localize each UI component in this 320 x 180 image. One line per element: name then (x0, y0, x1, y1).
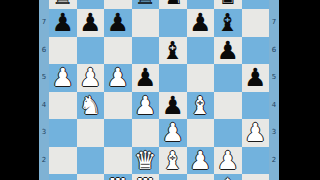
white-pawn: ♟ (107, 64, 129, 92)
square-h3: ♟ (242, 119, 270, 147)
square-f5 (187, 64, 215, 92)
square-c7: ♟ (104, 9, 132, 37)
rank-label-1: 1 (269, 174, 279, 180)
rank-label-3: 3 (39, 119, 49, 147)
square-e4: ♟ (159, 92, 187, 120)
rank-label-2: 2 (269, 147, 279, 175)
square-f1 (187, 174, 215, 180)
rank-label-4: 4 (39, 92, 49, 120)
square-a1 (49, 174, 77, 180)
square-g5 (214, 64, 242, 92)
square-g2: ♟ (214, 147, 242, 175)
square-e2: ♝ (159, 147, 187, 175)
letterbox-right (279, 0, 320, 180)
square-d2: ♛ (132, 147, 160, 175)
square-h5: ♟ (242, 64, 270, 92)
white-rook: ♜ (134, 174, 156, 180)
square-b5: ♟ (77, 64, 105, 92)
square-d6 (132, 37, 160, 65)
black-rook: ♜ (134, 0, 156, 9)
square-f4: ♝ (187, 92, 215, 120)
square-a3 (49, 119, 77, 147)
square-a4 (49, 92, 77, 120)
white-pawn: ♟ (52, 64, 74, 92)
square-b7: ♟ (77, 9, 105, 37)
square-b1 (77, 174, 105, 180)
square-h6 (242, 37, 270, 65)
square-d5: ♟ (132, 64, 160, 92)
white-pawn: ♟ (244, 119, 266, 147)
rank-label-7: 7 (39, 9, 49, 37)
white-pawn: ♟ (134, 92, 156, 120)
square-h4 (242, 92, 270, 120)
black-pawn: ♟ (134, 64, 156, 92)
white-knight: ♞ (79, 92, 101, 120)
square-e5 (159, 64, 187, 92)
black-pawn: ♟ (52, 9, 74, 37)
black-pawn: ♟ (244, 64, 266, 92)
chess-board: 87654321 ♜♜♞♚♟♟♟♟♝♝♟♟♟♟♟♟♞♟♟♝♟♟♛♝♟♟♜♜♚ 8… (39, 0, 279, 180)
square-d7 (132, 9, 160, 37)
white-pawn: ♟ (217, 147, 239, 175)
square-c2 (104, 147, 132, 175)
rank-labels-right: 87654321 (269, 0, 279, 180)
square-f3 (187, 119, 215, 147)
rank-label-6: 6 (39, 37, 49, 65)
square-g4 (214, 92, 242, 120)
black-pawn: ♟ (217, 37, 239, 65)
square-f7: ♟ (187, 9, 215, 37)
square-g3 (214, 119, 242, 147)
square-e6: ♝ (159, 37, 187, 65)
square-b4: ♞ (77, 92, 105, 120)
square-c1: ♜ (104, 174, 132, 180)
square-d3 (132, 119, 160, 147)
square-c6 (104, 37, 132, 65)
square-a5: ♟ (49, 64, 77, 92)
square-a6 (49, 37, 77, 65)
square-e1 (159, 174, 187, 180)
rank-label-2: 2 (39, 147, 49, 175)
letterbox-left (0, 0, 39, 180)
square-f2: ♟ (187, 147, 215, 175)
white-pawn: ♟ (189, 147, 211, 175)
square-c5: ♟ (104, 64, 132, 92)
black-pawn: ♟ (79, 9, 101, 37)
white-pawn: ♟ (79, 64, 101, 92)
square-c4 (104, 92, 132, 120)
rank-label-8: 8 (39, 0, 49, 9)
square-b6 (77, 37, 105, 65)
black-pawn: ♟ (107, 9, 129, 37)
black-pawn: ♟ (189, 9, 211, 37)
white-king: ♚ (217, 174, 239, 180)
rank-label-7: 7 (269, 9, 279, 37)
square-d1: ♜ (132, 174, 160, 180)
rank-label-3: 3 (269, 119, 279, 147)
black-bishop: ♝ (162, 37, 184, 65)
rank-label-5: 5 (269, 64, 279, 92)
black-knight: ♞ (162, 0, 184, 9)
square-g1: ♚ (214, 174, 242, 180)
white-bishop: ♝ (162, 147, 184, 175)
video-frame: 87654321 ♜♜♞♚♟♟♟♟♝♝♟♟♟♟♟♟♞♟♟♝♟♟♛♝♟♟♜♜♚ 8… (0, 0, 320, 180)
board-squares: ♜♜♞♚♟♟♟♟♝♝♟♟♟♟♟♟♞♟♟♝♟♟♛♝♟♟♜♜♚ (49, 0, 269, 180)
white-pawn: ♟ (162, 119, 184, 147)
rank-label-1: 1 (39, 174, 49, 180)
rank-label-6: 6 (269, 37, 279, 65)
square-g7: ♝ (214, 9, 242, 37)
square-b2 (77, 147, 105, 175)
square-h8 (242, 0, 270, 9)
square-c3 (104, 119, 132, 147)
white-bishop: ♝ (189, 92, 211, 120)
rank-labels-left: 87654321 (39, 0, 49, 180)
square-h7 (242, 9, 270, 37)
white-queen: ♛ (134, 147, 156, 175)
square-d4: ♟ (132, 92, 160, 120)
rank-label-4: 4 (269, 92, 279, 120)
rank-label-8: 8 (269, 0, 279, 9)
square-f6 (187, 37, 215, 65)
square-e3: ♟ (159, 119, 187, 147)
square-e7 (159, 9, 187, 37)
black-pawn: ♟ (162, 92, 184, 120)
square-h2 (242, 147, 270, 175)
rank-label-5: 5 (39, 64, 49, 92)
square-g6: ♟ (214, 37, 242, 65)
square-a7: ♟ (49, 9, 77, 37)
white-rook: ♜ (107, 174, 129, 180)
square-a2 (49, 147, 77, 175)
black-bishop: ♝ (217, 9, 239, 37)
square-b3 (77, 119, 105, 147)
square-h1 (242, 174, 270, 180)
square-d8: ♜ (132, 0, 160, 9)
square-e8: ♞ (159, 0, 187, 9)
